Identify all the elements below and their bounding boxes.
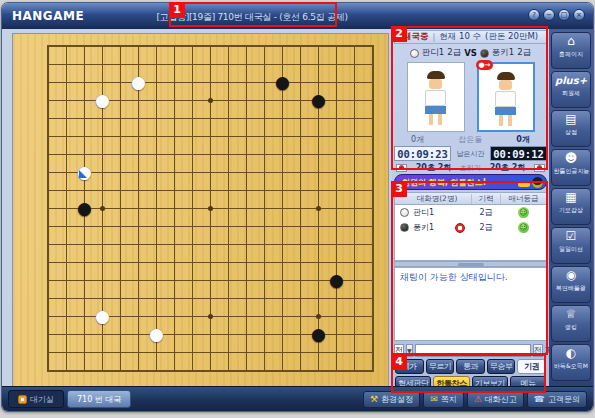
- match-status: 대국중: [403, 31, 429, 43]
- chevron-down-icon[interactable]: ▼: [406, 344, 413, 357]
- avatars-row: ●→: [394, 62, 547, 134]
- user-name: 퐁키1: [413, 222, 455, 233]
- chat-input[interactable]: [415, 344, 531, 357]
- players-row: 판디1 2급 VS 퐁키1 2급: [394, 46, 547, 60]
- sidebar-item-hantol-ai[interactable]: ☻한톨인공지능: [551, 149, 591, 186]
- star-point: [100, 206, 105, 211]
- black-stone-icon: [400, 223, 409, 232]
- smiley-icon: ☺: [518, 222, 529, 233]
- sidebar-item-label: 랭킹: [554, 323, 589, 331]
- star-point: [316, 206, 321, 211]
- black-player-avatar: ●→: [477, 62, 535, 132]
- sidebar-item-label: 복면배틀왕: [554, 284, 589, 292]
- right-panel: 대국중 | 현재 10 수 (판돈 20만M) 판디1 2급 VS 퐁키1 2급: [392, 29, 549, 387]
- action-button-row1-3[interactable]: 무승부: [487, 359, 516, 374]
- white-player-name: 판디1: [422, 47, 444, 59]
- avatar-legs: [499, 115, 512, 126]
- white-time-display: 00:09:23: [394, 146, 451, 161]
- room-tab-0[interactable]: 대기실: [8, 390, 64, 408]
- bottom-bar: 대기실710 번 대국 ⚒환경설정✉쪽지⚠대화신고☎고객문의: [2, 386, 593, 411]
- car-icon: [518, 182, 530, 187]
- bar-button-label: 대화신고: [485, 394, 517, 405]
- event-banner[interactable]: 천원의 행복, 한톨찬스!: [394, 174, 547, 190]
- white-stone-icon: [410, 49, 419, 58]
- white-stone: ●: [130, 74, 147, 91]
- action-buttons-row-1: 계가무르기통과무승부기권: [395, 359, 546, 374]
- captured-label: 잡은돌: [458, 134, 482, 145]
- report-icon: ⚠: [474, 393, 482, 406]
- divider: |: [432, 32, 435, 42]
- user-list: 판디12급☺퐁키12급☺: [394, 205, 547, 261]
- main-content: ●●●●●●●●●● 대국중 | 현재 10 수 (판돈 20만M) 판디1 2…: [2, 29, 593, 387]
- white-player-rank: 2급: [447, 47, 461, 59]
- action-button-row1-1[interactable]: 무르기: [426, 359, 455, 374]
- room-tabs: 대기실710 번 대국: [8, 390, 131, 408]
- star-point: [208, 206, 213, 211]
- sidebar-item-home[interactable]: ⌂홈페이지: [551, 32, 591, 69]
- byoyomi-row: 20초 2회 초읽기 20초 2회: [394, 162, 547, 173]
- avatar-body: [425, 90, 446, 106]
- sidebar-item-label: 바둑&오목M: [554, 362, 589, 370]
- action-button-row1-0[interactable]: 계가: [395, 359, 424, 374]
- sidebar-item-label: 회원제: [554, 89, 589, 97]
- user-rank: 2급: [471, 207, 501, 218]
- sidebar-item-label: 홈페이지: [554, 50, 589, 58]
- black-stone: ●: [76, 200, 93, 217]
- white-stone-icon: [400, 208, 409, 217]
- sidebar-item-game-records[interactable]: ▦기보감상: [551, 188, 591, 225]
- app-window: HANGAME [고급방][19줄] 710번 대국실 - (호선 6.5집 공…: [1, 2, 594, 412]
- action-button-row1-4[interactable]: 기권: [517, 359, 546, 374]
- daily-mission-icon: ☑: [552, 228, 590, 245]
- chat-status-message: 채팅이 가능한 상태입니다.: [400, 272, 508, 282]
- room-title: [고급방][19줄] 710번 대국실 - (호선 6.5집 공제): [2, 11, 502, 24]
- black-stone: ●: [310, 326, 327, 343]
- black-stone-icon: [480, 49, 489, 58]
- title-bar: HANGAME [고급방][19줄] 710번 대국실 - (호선 6.5집 공…: [2, 3, 593, 29]
- settings-button[interactable]: ⚒환경설정: [363, 391, 420, 408]
- sidebar-item-shop[interactable]: ▤상점: [551, 110, 591, 147]
- white-stone: ●: [148, 326, 165, 343]
- manner-grade-icon: ☺: [501, 222, 546, 233]
- white-captured-count: 0개: [411, 134, 424, 145]
- star-point: [208, 98, 213, 103]
- bar-button-label: 고객문의: [548, 394, 580, 405]
- avatar-body: [495, 91, 516, 107]
- user-rank: 2급: [471, 222, 501, 233]
- black-stone: ●: [274, 74, 291, 91]
- black-player-rank: 2급: [517, 47, 531, 59]
- stake-label: (판돈 20만M): [485, 31, 538, 43]
- black-captured-count: 0개: [516, 134, 530, 145]
- bar-button-label: 쪽지: [441, 394, 457, 405]
- bar-button-label: 환경설정: [381, 394, 413, 405]
- column-header-manner: 매너등급: [500, 194, 546, 204]
- black-stone: ●: [328, 272, 345, 289]
- chat-send-button[interactable]: 전송: [533, 344, 543, 357]
- window-minimize-button[interactable]: −: [543, 9, 555, 21]
- note-button[interactable]: ✉쪽지: [423, 391, 464, 408]
- avatar-shorts: [495, 107, 516, 115]
- turn-indicator-badge: ●→: [476, 60, 494, 70]
- avatar-legs: [429, 114, 442, 125]
- black-time-display: 00:09:12: [490, 146, 547, 161]
- playing-badge-icon: [455, 223, 465, 233]
- user-name: 판디1: [413, 207, 455, 218]
- sidebar-item-label: 한톨인공지능: [554, 167, 589, 175]
- korea-flag-icon: [534, 164, 545, 172]
- user-list-row[interactable]: 판디12급☺: [395, 205, 546, 220]
- white-stone: ●: [94, 92, 111, 109]
- chat-message-area: 채팅이 가능한 상태입니다.: [394, 267, 547, 341]
- room-tab-1[interactable]: 710 번 대국: [67, 390, 131, 408]
- sidebar-item-plus-membership[interactable]: plus+회원제: [551, 71, 591, 108]
- mascot-icon: [532, 177, 543, 188]
- go-board-panel: ●●●●●●●●●●: [12, 33, 389, 387]
- korea-flag-icon: [396, 164, 407, 172]
- sidebar-item-label: 기보감상: [554, 206, 589, 214]
- timers-row: 00:09:23 남은시간 00:09:12: [394, 146, 547, 161]
- match-status-header: 대국중 | 현재 10 수 (판돈 20만M): [394, 30, 547, 44]
- chat-input-row: 전체 ▼ 전송 가 ⚒: [394, 343, 547, 357]
- sidebar-item-baduk-omok[interactable]: ◐바둑&오목M: [551, 344, 591, 381]
- white-stone: ●: [94, 308, 111, 325]
- sidebar-item-daily-mission[interactable]: ☑일일미션: [551, 227, 591, 264]
- bottom-bar-buttons: ⚒환경설정✉쪽지⚠대화신고☎고객문의: [363, 391, 587, 408]
- window-help-button[interactable]: ?: [528, 9, 540, 21]
- black-player-name: 퐁키1: [492, 47, 514, 59]
- black-stone: ●: [310, 92, 327, 109]
- report-button[interactable]: ⚠대화신고: [467, 391, 524, 408]
- hantol-ai-icon: ☻: [552, 150, 590, 167]
- waiting-room-icon: [18, 395, 27, 404]
- avatar-face: [499, 80, 512, 90]
- chat-scope-select[interactable]: 전체: [394, 344, 404, 357]
- support-button[interactable]: ☎고객문의: [527, 391, 587, 408]
- tab-label: 710 번 대국: [77, 394, 121, 405]
- sidebar-item-ranking[interactable]: ♕랭킹: [551, 305, 591, 342]
- sidebar-item-masked-battle[interactable]: ◉복면배틀왕: [551, 266, 591, 303]
- star-point: [208, 314, 213, 319]
- avatar-shorts: [425, 106, 446, 114]
- board-grid[interactable]: ●●●●●●●●●●: [47, 45, 374, 372]
- star-point: [316, 314, 321, 319]
- last-move-marker: [79, 170, 87, 178]
- avatar-face: [429, 79, 442, 89]
- banner-text: 천원의 행복, 한톨찬스!: [402, 177, 486, 188]
- window-maximize-button[interactable]: □: [558, 9, 570, 21]
- masked-battle-icon: ◉: [552, 267, 590, 284]
- avatar-hair: [497, 72, 515, 80]
- shop-icon: ▤: [552, 111, 590, 128]
- manner-grade-icon: ☺: [501, 207, 546, 218]
- column-header-name: 대화명(2명): [395, 194, 471, 204]
- note-icon: ✉: [430, 393, 438, 406]
- user-list-row[interactable]: 퐁키12급☺: [395, 220, 546, 235]
- captured-stones-row: 0개 잡은돌 0개: [394, 134, 547, 145]
- window-close-button[interactable]: ×: [573, 9, 585, 21]
- screen: HANGAME [고급방][19줄] 710번 대국실 - (호선 6.5집 공…: [0, 0, 595, 418]
- black-byoyomi: 20초 2회: [490, 162, 525, 173]
- ranking-icon: ♕: [552, 306, 590, 323]
- white-player-avatar: [407, 62, 465, 132]
- avatar-hair: [427, 71, 445, 79]
- tab-label: 대기실: [30, 394, 54, 405]
- plus-membership-icon: plus+: [552, 72, 590, 89]
- support-icon: ☎: [534, 393, 545, 406]
- window-controls: ? − □ ×: [528, 9, 585, 21]
- home-icon: ⌂: [552, 33, 590, 50]
- column-header-rank: 기력: [471, 194, 500, 204]
- settings-icon: ⚒: [370, 393, 378, 406]
- action-button-row1-2[interactable]: 통과: [456, 359, 485, 374]
- game-records-icon: ▦: [552, 189, 590, 206]
- byoyomi-label: 초읽기: [460, 163, 481, 173]
- smiley-icon: ☺: [518, 207, 529, 218]
- baduk-omok-icon: ◐: [552, 345, 590, 362]
- user-list-header: 대화명(2명) 기력 매너등급: [394, 192, 547, 205]
- move-counter: 현재 10 수: [439, 31, 481, 43]
- sidebar-item-label: 상점: [554, 128, 589, 136]
- white-byoyomi: 20초 2회: [416, 162, 451, 173]
- time-label: 남은시간: [457, 149, 485, 159]
- sidebar-item-label: 일일미션: [554, 245, 589, 253]
- white-stone: ●: [76, 164, 93, 181]
- vs-label: VS: [464, 48, 477, 58]
- sidebar-menu: ⌂홈페이지plus+회원제▤상점☻한톨인공지능▦기보감상☑일일미션◉복면배틀왕♕…: [549, 29, 593, 387]
